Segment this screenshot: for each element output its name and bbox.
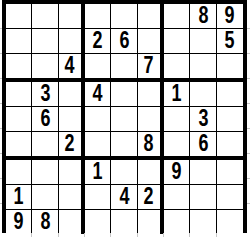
cell-r9c3[interactable] [59, 210, 85, 234]
given-digit: 9 [172, 160, 182, 184]
cell-r4c1[interactable] [6, 82, 32, 107]
cell-r6c1[interactable] [6, 132, 32, 160]
cell-r8c7[interactable] [164, 185, 190, 210]
cell-r2c9[interactable]: 5 [217, 29, 243, 54]
cell-r2c8[interactable] [190, 29, 216, 54]
grid-line-tick [0, 153, 2, 154]
cell-r2c2[interactable] [32, 29, 58, 54]
cell-r2c7[interactable] [164, 29, 190, 54]
cell-r2c1[interactable] [6, 29, 32, 54]
cell-r7c3[interactable] [59, 160, 85, 185]
cell-r2c6[interactable] [138, 29, 164, 54]
grid-line-tick [189, 233, 190, 237]
grid-line-tick [0, 103, 2, 104]
grid-line-tick [247, 153, 250, 154]
cell-r5c9[interactable] [217, 107, 243, 132]
given-digit: 5 [225, 29, 235, 53]
cell-r5c7[interactable] [164, 107, 190, 132]
cell-r6c7[interactable] [164, 132, 190, 160]
given-digit: 6 [119, 29, 129, 53]
cell-r4c9[interactable] [217, 82, 243, 107]
given-digit: 1 [172, 82, 182, 106]
cell-r6c2[interactable] [32, 132, 58, 160]
cell-r9c6[interactable] [138, 210, 164, 234]
cell-r4c6[interactable] [138, 82, 164, 107]
cell-r3c5[interactable] [111, 54, 137, 82]
cell-r3c1[interactable] [6, 54, 32, 82]
grid-line-tick [0, 78, 2, 79]
grid-line-tick [163, 233, 164, 237]
cell-r1c1[interactable] [6, 4, 32, 29]
given-digit: 4 [65, 54, 75, 78]
cell-r7c2[interactable] [32, 160, 58, 185]
given-digit: 8 [144, 132, 154, 156]
cell-r8c9[interactable] [217, 185, 243, 210]
cell-r6c3[interactable]: 2 [59, 132, 85, 160]
cell-r9c2[interactable]: 8 [32, 210, 58, 234]
cell-r9c1[interactable]: 9 [6, 210, 32, 234]
cell-r6c9[interactable] [217, 132, 243, 160]
given-digit: 3 [40, 82, 50, 106]
cell-r1c7[interactable] [164, 4, 190, 29]
cell-r9c8[interactable] [190, 210, 216, 234]
given-digit: 4 [93, 82, 103, 106]
cell-r2c4[interactable]: 2 [85, 29, 111, 54]
grid-line-tick [247, 103, 250, 104]
given-digit: 2 [65, 132, 75, 156]
cell-r2c3[interactable] [59, 29, 85, 54]
cell-r9c7[interactable] [164, 210, 190, 234]
cell-r3c8[interactable] [190, 54, 216, 82]
cell-r9c4[interactable] [85, 210, 111, 234]
cell-r8c6[interactable]: 2 [138, 185, 164, 210]
cell-r8c5[interactable]: 4 [111, 185, 137, 210]
cell-r4c2[interactable]: 3 [32, 82, 58, 107]
cell-r7c6[interactable] [138, 160, 164, 185]
cell-r4c7[interactable]: 1 [164, 82, 190, 107]
cell-r2c5[interactable]: 6 [111, 29, 137, 54]
cell-r3c9[interactable] [217, 54, 243, 82]
given-digit: 1 [14, 185, 24, 209]
cell-r5c2[interactable]: 6 [32, 107, 58, 132]
given-digit: 2 [93, 29, 103, 53]
cell-r5c8[interactable]: 3 [190, 107, 216, 132]
given-digit: 3 [198, 107, 208, 131]
given-digit: 9 [225, 4, 235, 28]
cell-r9c5[interactable] [111, 210, 137, 234]
cell-r8c3[interactable] [59, 185, 85, 210]
cell-r8c4[interactable] [85, 185, 111, 210]
cell-r3c3[interactable]: 4 [59, 54, 85, 82]
cell-r3c7[interactable] [164, 54, 190, 82]
grid-line-tick [247, 128, 250, 129]
cell-r6c8[interactable]: 6 [190, 132, 216, 160]
grid-line-tick [247, 78, 250, 79]
cell-r8c1[interactable]: 1 [6, 185, 32, 210]
cell-r4c3[interactable] [59, 82, 85, 107]
cell-r9c9[interactable] [217, 210, 243, 234]
given-digit: 8 [198, 4, 208, 28]
given-digit: 8 [40, 210, 50, 234]
cell-r6c6[interactable]: 8 [138, 132, 164, 160]
cell-r1c9[interactable]: 9 [217, 4, 243, 29]
cell-r3c6[interactable]: 7 [138, 54, 164, 82]
cell-r5c4[interactable] [85, 107, 111, 132]
given-digit: 1 [93, 160, 103, 184]
cell-r4c4[interactable]: 4 [85, 82, 111, 107]
cell-r1c4[interactable] [85, 4, 111, 29]
grid-line-tick [247, 28, 250, 29]
cell-r5c5[interactable] [111, 107, 137, 132]
grid-line-tick [0, 203, 2, 204]
cell-r7c8[interactable] [190, 160, 216, 185]
cell-r7c7[interactable]: 9 [164, 160, 190, 185]
grid-line-tick [0, 28, 2, 29]
cell-r5c3[interactable] [59, 107, 85, 132]
given-digit: 4 [119, 185, 129, 209]
grid-line-tick [0, 53, 2, 54]
cell-r7c5[interactable] [111, 160, 137, 185]
grid-line-tick [58, 233, 59, 237]
cell-r4c8[interactable] [190, 82, 216, 107]
given-digit: 6 [198, 132, 208, 156]
grid-line-tick [31, 233, 32, 237]
cell-r1c6[interactable] [138, 4, 164, 29]
cell-r1c3[interactable] [59, 4, 85, 29]
grid-line-tick [0, 128, 2, 129]
cell-r5c6[interactable] [138, 107, 164, 132]
grid-line-tick [247, 53, 250, 54]
cell-r6c5[interactable] [111, 132, 137, 160]
sudoku-board: 8926547341632861914298 [2, 0, 247, 233]
cell-r6c4[interactable] [85, 132, 111, 160]
given-digit: 2 [144, 185, 154, 209]
cell-r7c9[interactable] [217, 160, 243, 185]
grid-line-tick [247, 203, 250, 204]
cell-r1c5[interactable] [111, 4, 137, 29]
cell-r8c2[interactable] [32, 185, 58, 210]
cell-r4c5[interactable] [111, 82, 137, 107]
cell-r3c2[interactable] [32, 54, 58, 82]
cell-r5c1[interactable] [6, 107, 32, 132]
given-digit: 9 [14, 210, 24, 234]
grid-line-tick [0, 178, 2, 179]
cell-r1c2[interactable] [32, 4, 58, 29]
cell-r7c1[interactable] [6, 160, 32, 185]
cell-r8c8[interactable] [190, 185, 216, 210]
grid-line-tick [84, 233, 85, 237]
sudoku-screen: 8926547341632861914298 [0, 0, 250, 239]
cell-r3c4[interactable] [85, 54, 111, 82]
grid-line-tick [247, 178, 250, 179]
grid-line-tick [137, 233, 138, 237]
cell-r7c4[interactable]: 1 [85, 160, 111, 185]
grid-line-tick [216, 233, 217, 237]
grid-line-tick [110, 233, 111, 237]
given-digit: 6 [40, 107, 50, 131]
given-digit: 7 [144, 54, 154, 78]
cell-r1c8[interactable]: 8 [190, 4, 216, 29]
